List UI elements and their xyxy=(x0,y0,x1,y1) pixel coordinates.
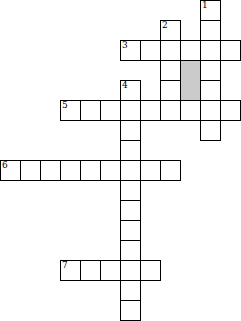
crossword-cell[interactable] xyxy=(120,260,141,281)
crossword-cell[interactable] xyxy=(200,80,221,101)
crossword-cell[interactable] xyxy=(200,100,221,121)
crossword-cell[interactable] xyxy=(220,100,241,121)
crossword-cell[interactable] xyxy=(100,100,121,121)
clue-number-6: 6 xyxy=(2,161,8,170)
crossword-cell[interactable] xyxy=(120,180,141,201)
clue-number-3: 3 xyxy=(122,41,128,50)
crossword-cell[interactable] xyxy=(120,100,141,121)
crossword-cell[interactable] xyxy=(80,260,101,281)
crossword-cell[interactable] xyxy=(120,240,141,261)
crossword-cell[interactable] xyxy=(160,160,181,181)
crossword-cell[interactable] xyxy=(180,100,201,121)
clue-number-2: 2 xyxy=(162,21,168,30)
crossword-cell[interactable] xyxy=(160,80,181,101)
crossword-cell[interactable] xyxy=(40,160,61,181)
crossword-cell[interactable] xyxy=(160,60,181,81)
clue-number-5: 5 xyxy=(62,101,68,110)
crossword-cell[interactable] xyxy=(80,100,101,121)
crossword-grid: 1234567 xyxy=(0,0,241,321)
crossword-cell[interactable] xyxy=(140,100,161,121)
crossword-cell[interactable] xyxy=(160,40,181,61)
crossword-cell[interactable] xyxy=(60,160,81,181)
crossword-cell[interactable] xyxy=(140,40,161,61)
crossword-cell[interactable] xyxy=(100,260,121,281)
crossword-cell[interactable] xyxy=(180,40,201,61)
crossword-cell[interactable] xyxy=(120,200,141,221)
crossword-cell[interactable] xyxy=(200,40,221,61)
clue-number-1: 1 xyxy=(202,1,208,10)
crossword-cell[interactable] xyxy=(20,160,41,181)
crossword-cell[interactable] xyxy=(120,220,141,241)
crossword-cell[interactable] xyxy=(120,160,141,181)
crossword-cell[interactable] xyxy=(140,160,161,181)
crossword-cell[interactable] xyxy=(140,260,161,281)
crossword-cell[interactable] xyxy=(220,40,241,61)
shaded-cell[interactable] xyxy=(180,60,201,101)
crossword-cell[interactable] xyxy=(160,100,181,121)
clue-number-4: 4 xyxy=(122,81,128,90)
crossword-cell[interactable] xyxy=(120,280,141,301)
crossword-cell[interactable] xyxy=(200,60,221,81)
crossword-cell[interactable] xyxy=(200,120,221,141)
clue-number-7: 7 xyxy=(62,261,68,270)
crossword-cell[interactable] xyxy=(120,120,141,141)
crossword-cell[interactable] xyxy=(120,140,141,161)
crossword-cell[interactable] xyxy=(200,20,221,41)
crossword-cell[interactable] xyxy=(100,160,121,181)
crossword-cell[interactable] xyxy=(80,160,101,181)
crossword-cell[interactable] xyxy=(120,300,141,321)
